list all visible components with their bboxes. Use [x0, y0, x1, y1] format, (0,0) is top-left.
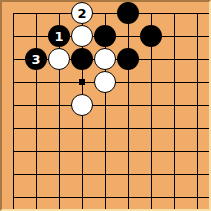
stone-black — [117, 48, 139, 70]
stones-layer: 213 — [2, 2, 209, 209]
stone-white — [71, 94, 93, 116]
stone-black-move-3: 3 — [25, 48, 47, 70]
stone-white — [71, 25, 93, 47]
stone-white — [94, 71, 116, 93]
move-number-label: 2 — [77, 7, 86, 20]
stone-black — [94, 25, 116, 47]
move-number-label: 3 — [31, 53, 40, 66]
move-number-label: 1 — [54, 30, 63, 43]
stone-black — [117, 2, 139, 24]
stone-white — [94, 48, 116, 70]
go-board-diagram: 213 — [0, 0, 211, 211]
stone-black — [71, 48, 93, 70]
stone-black-move-1: 1 — [48, 25, 70, 47]
stone-white-move-2: 2 — [71, 2, 93, 24]
stone-white — [48, 48, 70, 70]
star-point-hoshi — [79, 79, 85, 85]
stone-black — [140, 25, 162, 47]
